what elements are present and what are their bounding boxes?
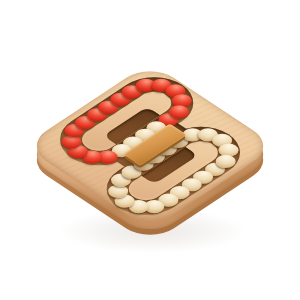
board-top-face <box>23 62 278 230</box>
board <box>23 62 278 230</box>
puzzle-photo-stage <box>0 0 300 300</box>
